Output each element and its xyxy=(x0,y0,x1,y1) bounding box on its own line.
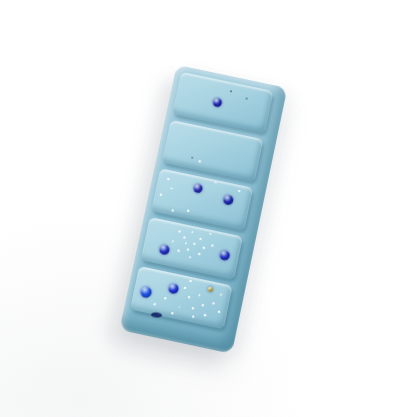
sprinkle-dot xyxy=(222,194,234,206)
glitter-speck xyxy=(212,302,214,304)
glitter-speck xyxy=(200,237,202,239)
sprinkle-dot xyxy=(192,183,203,194)
sprinkle-dot xyxy=(212,97,223,108)
glitter-speck xyxy=(214,182,216,184)
sprinkle-dot xyxy=(207,286,213,292)
wax-melt-bar xyxy=(119,65,287,354)
glitter-speck xyxy=(187,210,189,212)
glitter-speck xyxy=(187,248,189,250)
glitter-speck xyxy=(183,237,185,239)
glitter-speck xyxy=(220,294,222,296)
glitter-speck xyxy=(159,194,161,196)
glitter-speck xyxy=(178,250,180,252)
glitter-speck xyxy=(246,98,248,100)
glitter-speck xyxy=(230,90,232,92)
navy-edge-mark xyxy=(150,312,161,318)
glitter-speck xyxy=(185,243,187,245)
glitter-speck xyxy=(178,306,180,308)
glitter-speck xyxy=(191,156,193,158)
glitter-speck xyxy=(204,314,206,316)
glitter-speck xyxy=(192,307,194,309)
glitter-speck xyxy=(198,253,200,255)
sprinkle-dot xyxy=(218,249,230,261)
glitter-speck xyxy=(171,312,173,314)
glitter-speck xyxy=(202,247,204,249)
glitter-speck xyxy=(188,296,190,298)
sprinkle-dot xyxy=(168,282,180,294)
glitter-speck xyxy=(189,256,191,258)
sprinkle-dot xyxy=(158,244,170,256)
glitter-speck xyxy=(171,187,173,189)
glitter-speck xyxy=(212,244,214,246)
bar-segments xyxy=(130,72,274,330)
glitter-speck xyxy=(164,298,166,300)
glitter-speck xyxy=(191,231,193,233)
glitter-speck xyxy=(194,242,196,244)
glitter-speck xyxy=(238,190,240,192)
glitter-speck xyxy=(172,241,174,243)
glitter-speck xyxy=(218,311,220,313)
glitter-speck xyxy=(192,315,194,317)
glitter-speck xyxy=(199,160,201,162)
glitter-speck xyxy=(167,178,169,180)
photo-stage xyxy=(0,0,416,417)
glitter-speck xyxy=(209,233,211,235)
glitter-speck xyxy=(179,230,181,232)
glitter-speck xyxy=(184,287,186,289)
glitter-speck xyxy=(202,304,204,306)
glitter-speck xyxy=(198,294,200,296)
glitter-speck xyxy=(153,303,155,305)
sprinkle-dot xyxy=(140,286,153,299)
glitter-speck xyxy=(172,209,174,211)
glitter-speck xyxy=(190,280,192,282)
